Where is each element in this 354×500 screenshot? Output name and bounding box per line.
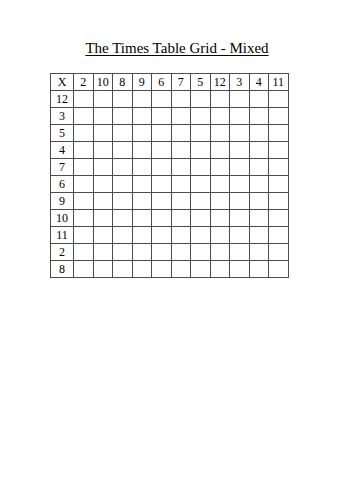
answer-cell[interactable]	[74, 244, 94, 261]
answer-cell[interactable]	[211, 176, 231, 193]
answer-cell[interactable]	[250, 159, 270, 176]
answer-cell[interactable]	[94, 261, 114, 278]
answer-cell[interactable]	[133, 193, 153, 210]
answer-cell[interactable]	[74, 108, 94, 125]
answer-cell[interactable]	[152, 176, 172, 193]
column-header-cell: 6	[152, 74, 172, 91]
answer-cell[interactable]	[152, 244, 172, 261]
column-header-cell: 9	[133, 74, 153, 91]
answer-cell[interactable]	[172, 142, 192, 159]
answer-cell[interactable]	[74, 142, 94, 159]
answer-cell[interactable]	[74, 91, 94, 108]
answer-cell[interactable]	[113, 261, 133, 278]
answer-cell[interactable]	[113, 142, 133, 159]
answer-cell[interactable]	[269, 176, 289, 193]
answer-cell[interactable]	[250, 108, 270, 125]
answer-cell[interactable]	[152, 261, 172, 278]
column-header-cell: 8	[113, 74, 133, 91]
answer-cell[interactable]	[133, 210, 153, 227]
answer-cell[interactable]	[230, 227, 250, 244]
answer-cell[interactable]	[113, 108, 133, 125]
row-header-cell: 11	[51, 227, 74, 244]
answer-cell[interactable]	[172, 210, 192, 227]
row-header-cell: 5	[51, 125, 74, 142]
answer-cell[interactable]	[74, 193, 94, 210]
answer-cell[interactable]	[230, 244, 250, 261]
answer-cell[interactable]	[250, 227, 270, 244]
answer-cell[interactable]	[191, 261, 211, 278]
answer-cell[interactable]	[94, 125, 114, 142]
times-table-grid: X2108967512341112354769101128	[50, 73, 289, 278]
answer-cell[interactable]	[230, 125, 250, 142]
answer-cell[interactable]	[269, 193, 289, 210]
answer-cell[interactable]	[230, 193, 250, 210]
answer-cell[interactable]	[133, 176, 153, 193]
answer-cell[interactable]	[113, 193, 133, 210]
answer-cell[interactable]	[250, 176, 270, 193]
answer-cell[interactable]	[172, 193, 192, 210]
answer-cell[interactable]	[269, 91, 289, 108]
answer-cell[interactable]	[269, 210, 289, 227]
answer-cell[interactable]	[269, 142, 289, 159]
answer-cell[interactable]	[152, 227, 172, 244]
answer-cell[interactable]	[250, 142, 270, 159]
answer-cell[interactable]	[133, 108, 153, 125]
answer-cell[interactable]	[172, 91, 192, 108]
answer-cell[interactable]	[74, 159, 94, 176]
answer-cell[interactable]	[152, 125, 172, 142]
answer-cell[interactable]	[172, 261, 192, 278]
column-header-cell: 10	[94, 74, 114, 91]
answer-cell[interactable]	[152, 91, 172, 108]
answer-cell[interactable]	[230, 210, 250, 227]
answer-cell[interactable]	[250, 91, 270, 108]
answer-cell[interactable]	[250, 210, 270, 227]
answer-cell[interactable]	[269, 261, 289, 278]
answer-cell[interactable]	[230, 159, 250, 176]
answer-cell[interactable]	[172, 159, 192, 176]
answer-cell[interactable]	[211, 159, 231, 176]
answer-cell[interactable]	[94, 91, 114, 108]
answer-cell[interactable]	[113, 227, 133, 244]
answer-cell[interactable]	[74, 261, 94, 278]
answer-cell[interactable]	[113, 176, 133, 193]
answer-cell[interactable]	[113, 125, 133, 142]
answer-cell[interactable]	[211, 91, 231, 108]
column-header-cell: 4	[250, 74, 270, 91]
column-header-cell: 12	[211, 74, 231, 91]
answer-cell[interactable]	[94, 159, 114, 176]
answer-cell[interactable]	[191, 210, 211, 227]
row-header-cell: 7	[51, 159, 74, 176]
answer-cell[interactable]	[191, 227, 211, 244]
answer-cell[interactable]	[191, 125, 211, 142]
answer-cell[interactable]	[172, 176, 192, 193]
answer-cell[interactable]	[211, 261, 231, 278]
answer-cell[interactable]	[230, 261, 250, 278]
answer-cell[interactable]	[172, 227, 192, 244]
answer-cell[interactable]	[133, 125, 153, 142]
row-header-cell: 6	[51, 176, 74, 193]
answer-cell[interactable]	[230, 91, 250, 108]
answer-cell[interactable]	[230, 142, 250, 159]
answer-cell[interactable]	[94, 108, 114, 125]
answer-cell[interactable]	[133, 142, 153, 159]
column-header-cell: 2	[74, 74, 94, 91]
column-header-cell: 3	[230, 74, 250, 91]
answer-cell[interactable]	[94, 227, 114, 244]
answer-cell[interactable]	[74, 125, 94, 142]
answer-cell[interactable]	[191, 244, 211, 261]
answer-cell[interactable]	[152, 108, 172, 125]
answer-cell[interactable]	[211, 193, 231, 210]
answer-cell[interactable]	[152, 159, 172, 176]
column-header-cell: 11	[269, 74, 289, 91]
answer-cell[interactable]	[94, 210, 114, 227]
answer-cell[interactable]	[94, 176, 114, 193]
answer-cell[interactable]	[191, 91, 211, 108]
answer-cell[interactable]	[191, 108, 211, 125]
answer-cell[interactable]	[133, 261, 153, 278]
row-header-cell: 4	[51, 142, 74, 159]
row-header-cell: 8	[51, 261, 74, 278]
answer-cell[interactable]	[113, 244, 133, 261]
answer-cell[interactable]	[172, 108, 192, 125]
answer-cell[interactable]	[152, 193, 172, 210]
answer-cell[interactable]	[172, 125, 192, 142]
answer-cell[interactable]	[269, 108, 289, 125]
answer-cell[interactable]	[94, 193, 114, 210]
answer-cell[interactable]	[269, 159, 289, 176]
row-header-cell: 2	[51, 244, 74, 261]
answer-cell[interactable]	[133, 159, 153, 176]
answer-cell[interactable]	[74, 176, 94, 193]
worksheet-title: The Times Table Grid - Mixed	[0, 40, 354, 57]
answer-cell[interactable]	[133, 227, 153, 244]
answer-cell[interactable]	[133, 244, 153, 261]
answer-cell[interactable]	[191, 193, 211, 210]
answer-cell[interactable]	[191, 176, 211, 193]
answer-cell[interactable]	[211, 142, 231, 159]
answer-cell[interactable]	[133, 91, 153, 108]
answer-cell[interactable]	[191, 159, 211, 176]
answer-cell[interactable]	[211, 108, 231, 125]
answer-cell[interactable]	[113, 210, 133, 227]
column-header-cell: 7	[172, 74, 192, 91]
answer-cell[interactable]	[191, 142, 211, 159]
row-header-cell: 9	[51, 193, 74, 210]
answer-cell[interactable]	[269, 244, 289, 261]
answer-cell[interactable]	[94, 244, 114, 261]
answer-cell[interactable]	[211, 210, 231, 227]
answer-cell[interactable]	[74, 227, 94, 244]
answer-cell[interactable]	[250, 125, 270, 142]
answer-cell[interactable]	[211, 125, 231, 142]
answer-cell[interactable]	[250, 193, 270, 210]
answer-cell[interactable]	[113, 91, 133, 108]
answer-cell[interactable]	[74, 210, 94, 227]
answer-cell[interactable]	[113, 159, 133, 176]
row-header-cell: 12	[51, 91, 74, 108]
row-header-cell: 10	[51, 210, 74, 227]
answer-cell[interactable]	[152, 142, 172, 159]
grid-corner-cell: X	[51, 74, 74, 91]
row-header-cell: 3	[51, 108, 74, 125]
answer-cell[interactable]	[94, 142, 114, 159]
answer-cell[interactable]	[152, 210, 172, 227]
answer-cell[interactable]	[172, 244, 192, 261]
answer-cell[interactable]	[211, 227, 231, 244]
column-header-cell: 5	[191, 74, 211, 91]
answer-cell[interactable]	[250, 244, 270, 261]
answer-cell[interactable]	[230, 108, 250, 125]
answer-cell[interactable]	[230, 176, 250, 193]
answer-cell[interactable]	[269, 227, 289, 244]
answer-cell[interactable]	[269, 125, 289, 142]
answer-cell[interactable]	[250, 261, 270, 278]
answer-cell[interactable]	[211, 244, 231, 261]
